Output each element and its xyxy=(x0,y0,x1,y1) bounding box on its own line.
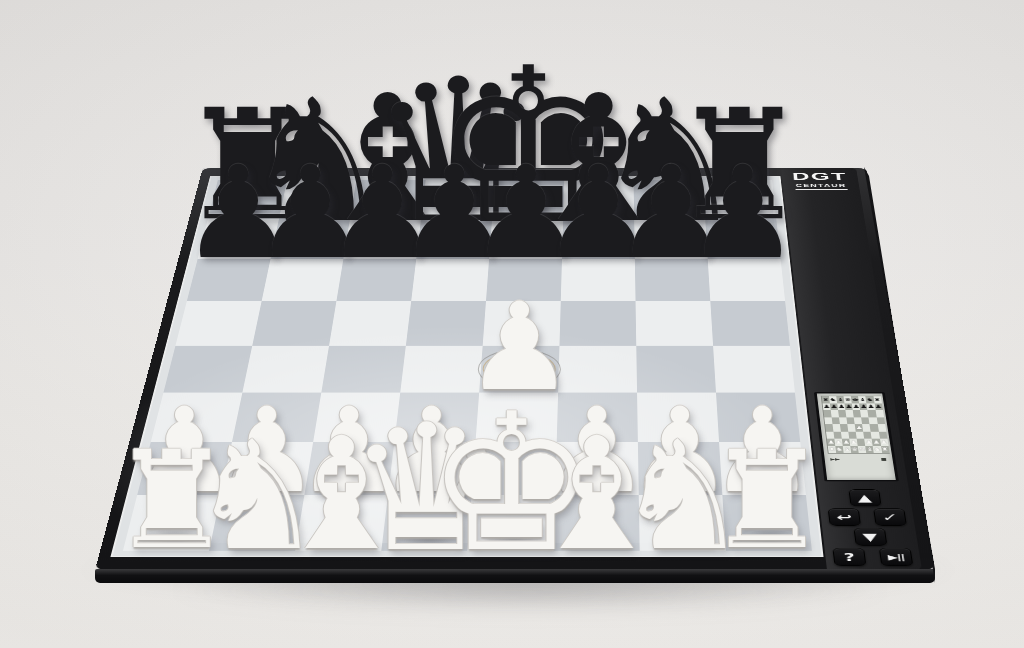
button-row-3: ?▶|| xyxy=(832,548,913,566)
button-back[interactable]: ↩ xyxy=(828,508,861,525)
display-square-h3 xyxy=(878,431,887,438)
piece-white-rook-h1[interactable]: ♜ xyxy=(707,433,828,568)
back-icon: ↩ xyxy=(836,512,853,522)
button-row-2: ▼ xyxy=(830,528,910,546)
display-status-right-icon: ▪ xyxy=(880,456,887,462)
button-play-pause[interactable]: ▶|| xyxy=(879,548,914,566)
square-c5[interactable] xyxy=(329,301,411,346)
display-square-h1: ♜ xyxy=(881,446,890,453)
button-row-1: ↩✓ xyxy=(828,508,907,525)
button-help[interactable]: ? xyxy=(832,548,866,566)
display-square-h6 xyxy=(875,410,884,417)
square-a5[interactable] xyxy=(176,301,262,346)
studio-photo-scene: DGT CENTAUR ♜♞♝♛♚♝♞♜♟♟♟♟♟♟♟♟♟♟♟♟♟♟♟♟♜♞♝♛… xyxy=(0,0,1024,648)
display-status-row: ▸▸ ▪ xyxy=(830,456,887,462)
display-piece-white-p: ♟ xyxy=(880,440,888,444)
display-square-h5 xyxy=(876,417,885,424)
button-confirm[interactable]: ✓ xyxy=(873,508,907,525)
piece-black-pawn-h7[interactable]: ♟ xyxy=(686,149,801,277)
square-g5[interactable] xyxy=(636,301,714,346)
down-icon: ▼ xyxy=(862,532,878,543)
play-pause-icon: ▶|| xyxy=(887,553,905,560)
display-status-left-icons: ▸▸ xyxy=(830,456,840,462)
up-icon: ▲ xyxy=(857,493,872,503)
confirm-icon: ✓ xyxy=(881,512,898,522)
panel-buttons: ▲↩✓▼?▶|| xyxy=(825,489,913,566)
square-b5[interactable] xyxy=(252,301,336,346)
display-square-h7: ♟ xyxy=(874,403,882,410)
help-icon: ? xyxy=(843,552,855,563)
display-piece-black-r: ♜ xyxy=(873,398,881,402)
display-square-h4 xyxy=(877,424,886,431)
button-down[interactable]: ▼ xyxy=(853,528,887,546)
display-mini-board: ♜♞♝♛♚♝♞♜♟♟♟♟♟♟♟♟♟♟♟♟♟♟♟♟♜♞♝♛♚♝♞♜ xyxy=(821,396,890,454)
square-h5[interactable] xyxy=(710,301,790,346)
display-square-h8: ♜ xyxy=(873,396,881,403)
button-row-0: ▲ xyxy=(825,489,903,506)
display-piece-black-p: ♟ xyxy=(874,405,882,409)
display-square-h2: ♟ xyxy=(880,439,889,446)
display-piece-white-r: ♜ xyxy=(881,447,889,452)
button-up[interactable]: ▲ xyxy=(848,489,881,506)
